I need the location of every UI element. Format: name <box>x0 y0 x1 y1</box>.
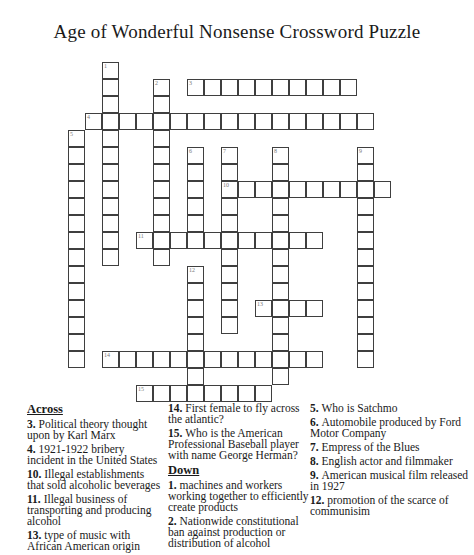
across-clues-list-1: 3. Political theory thought upon by Karl… <box>27 419 164 552</box>
grid-cell[interactable] <box>357 283 374 300</box>
clue-item: 6. Automobile produced by Ford Motor Com… <box>310 417 470 439</box>
grid-cell[interactable] <box>153 351 170 368</box>
grid-cell[interactable] <box>272 164 289 181</box>
grid-cell[interactable] <box>136 351 153 368</box>
grid-cell[interactable]: 2 <box>153 79 170 96</box>
across-clues-header: Across <box>27 403 164 416</box>
clue-item: 12. promotion of the scarce of communisi… <box>310 495 470 517</box>
clue-item: 9. American musical film released in 192… <box>310 470 470 492</box>
grid-cell[interactable] <box>170 385 187 402</box>
grid-cell[interactable] <box>289 232 306 249</box>
grid-cell[interactable] <box>221 351 238 368</box>
grid-cell[interactable] <box>187 300 204 317</box>
grid-cell[interactable] <box>68 317 85 334</box>
grid-cell[interactable] <box>340 113 357 130</box>
grid-cell[interactable] <box>187 283 204 300</box>
grid-cell[interactable] <box>238 113 255 130</box>
grid-cell[interactable] <box>68 249 85 266</box>
page-title: Age of Wonderful Nonsense Crossword Puzz… <box>0 21 474 43</box>
grid-cell[interactable]: 8 <box>272 147 289 164</box>
clue-item-number: 14. <box>168 402 185 414</box>
grid-cell[interactable] <box>153 113 170 130</box>
clue-item-number: 3. <box>27 418 39 430</box>
clue-item: 3. Political theory thought upon by Karl… <box>27 419 164 441</box>
grid-cell[interactable] <box>357 215 374 232</box>
clue-item: 2. Nationwide constitutional ban against… <box>168 516 313 549</box>
grid-cell[interactable] <box>255 113 272 130</box>
grid-cell[interactable] <box>187 368 204 385</box>
clue-number: 1 <box>104 63 107 70</box>
grid-cell[interactable] <box>68 266 85 283</box>
grid-cell[interactable] <box>238 351 255 368</box>
grid-cell[interactable] <box>204 232 221 249</box>
grid-cell[interactable] <box>187 232 204 249</box>
grid-cell[interactable] <box>255 181 272 198</box>
grid-cell[interactable] <box>357 198 374 215</box>
clue-item-number: 6. <box>310 416 322 428</box>
grid-cell[interactable] <box>68 300 85 317</box>
clue-item: 15. Who is the American Professional Bas… <box>168 428 313 461</box>
grid-cell[interactable] <box>102 113 119 130</box>
grid-cell[interactable] <box>102 215 119 232</box>
grid-cell[interactable] <box>255 232 272 249</box>
grid-cell[interactable] <box>68 198 85 215</box>
clue-column-2: 14. First female to fly across the atlan… <box>168 403 313 552</box>
clue-item-number: 12. <box>310 494 327 506</box>
grid-cell[interactable] <box>340 79 357 96</box>
grid-cell[interactable] <box>221 113 238 130</box>
grid-cell[interactable] <box>357 266 374 283</box>
grid-cell[interactable] <box>187 215 204 232</box>
grid-cell[interactable] <box>272 215 289 232</box>
clue-item: 10. Illegal establishments that sold alc… <box>27 469 164 491</box>
grid-cell[interactable] <box>272 283 289 300</box>
grid-cell[interactable] <box>272 249 289 266</box>
grid-cell[interactable] <box>272 181 289 198</box>
grid-cell[interactable] <box>102 181 119 198</box>
grid-cell[interactable] <box>119 113 136 130</box>
clue-item: 1. machines and workers working together… <box>168 480 313 513</box>
grid-cell[interactable]: 13 <box>255 300 272 317</box>
clue-number: 13 <box>257 301 263 308</box>
grid-cell[interactable] <box>204 113 221 130</box>
grid-cell[interactable] <box>272 266 289 283</box>
clue-number: 11 <box>138 233 144 240</box>
grid-cell[interactable] <box>187 181 204 198</box>
clue-item: 4. 1921-1922 bribery incident in the Uni… <box>27 444 164 466</box>
grid-cell[interactable]: 6 <box>187 147 204 164</box>
clue-item-number: 2. <box>168 515 180 527</box>
grid-cell[interactable] <box>272 79 289 96</box>
grid-cell[interactable] <box>272 317 289 334</box>
grid-cell[interactable] <box>289 351 306 368</box>
grid-cell[interactable] <box>119 351 136 368</box>
grid-cell[interactable] <box>68 215 85 232</box>
grid-cell[interactable] <box>153 385 170 402</box>
grid-cell[interactable] <box>153 215 170 232</box>
grid-cell[interactable] <box>153 232 170 249</box>
grid-cell[interactable] <box>153 164 170 181</box>
clue-item: 5. Who is Satchmo <box>310 403 470 414</box>
grid-cell[interactable] <box>357 317 374 334</box>
grid-cell[interactable] <box>221 232 238 249</box>
grid-cell[interactable] <box>323 79 340 96</box>
grid-cell[interactable] <box>102 164 119 181</box>
clue-item: 14. First female to fly across the atlan… <box>168 403 313 425</box>
across-clues-list-2: 14. First female to fly across the atlan… <box>168 403 313 461</box>
grid-cell[interactable] <box>221 317 238 334</box>
grid-cell[interactable] <box>68 283 85 300</box>
grid-cell[interactable] <box>68 147 85 164</box>
grid-cell[interactable] <box>289 181 306 198</box>
grid-cell[interactable] <box>153 147 170 164</box>
clue-item: 13. type of music with African American … <box>27 530 164 552</box>
grid-cell[interactable] <box>221 198 238 215</box>
clue-item-number: 10. <box>27 468 44 480</box>
clue-column-1: Across 3. Political theory thought upon … <box>27 403 164 555</box>
grid-cell[interactable] <box>340 181 357 198</box>
grid-cell[interactable]: 10 <box>221 181 238 198</box>
clue-number: 3 <box>189 80 192 87</box>
grid-cell[interactable]: 7 <box>221 147 238 164</box>
grid-cell[interactable] <box>272 351 289 368</box>
grid-cell[interactable] <box>204 351 221 368</box>
grid-cell[interactable]: 12 <box>187 266 204 283</box>
clue-number: 15 <box>138 386 144 393</box>
grid-cell[interactable]: 14 <box>102 351 119 368</box>
clue-number: 12 <box>189 267 195 274</box>
clue-number: 5 <box>70 131 73 138</box>
grid-cell[interactable] <box>306 113 323 130</box>
grid-cell[interactable] <box>221 266 238 283</box>
grid-cell[interactable] <box>102 198 119 215</box>
grid-cell[interactable] <box>102 249 119 266</box>
grid-cell[interactable] <box>357 113 374 130</box>
down-clues-header: Down <box>168 464 313 477</box>
grid-cell[interactable] <box>187 164 204 181</box>
grid-cell[interactable] <box>68 181 85 198</box>
grid-cell[interactable] <box>221 283 238 300</box>
grid-cell[interactable] <box>289 79 306 96</box>
grid-cell[interactable] <box>68 351 85 368</box>
grid-cell[interactable] <box>170 113 187 130</box>
grid-cell[interactable] <box>102 130 119 147</box>
grid-cell[interactable] <box>102 232 119 249</box>
clue-number: 6 <box>189 148 192 155</box>
clue-item-number: 8. <box>310 455 322 467</box>
grid-cell[interactable] <box>170 232 187 249</box>
clue-number: 10 <box>223 182 229 189</box>
grid-cell[interactable] <box>153 181 170 198</box>
grid-cell[interactable] <box>306 232 323 249</box>
grid-cell[interactable] <box>102 79 119 96</box>
clue-item: 8. English actor and filmmaker <box>310 456 470 467</box>
grid-cell[interactable] <box>187 198 204 215</box>
grid-cell[interactable] <box>357 334 374 351</box>
clue-item-number: 13. <box>27 529 44 541</box>
grid-cell[interactable] <box>204 79 221 96</box>
grid-cell[interactable] <box>306 300 323 317</box>
grid-cell[interactable] <box>187 334 204 351</box>
grid-cell[interactable] <box>272 300 289 317</box>
grid-cell[interactable] <box>255 385 272 402</box>
clue-item-number: 15. <box>168 427 185 439</box>
grid-cell[interactable] <box>323 181 340 198</box>
grid-cell[interactable] <box>221 164 238 181</box>
grid-cell[interactable] <box>204 385 221 402</box>
clue-number: 9 <box>359 148 362 155</box>
grid-cell[interactable]: 1 <box>102 62 119 79</box>
clue-column-3: 5. Who is Satchmo6. Automobile produced … <box>310 403 470 520</box>
grid-cell[interactable] <box>221 215 238 232</box>
clue-item-number: 9. <box>310 469 322 481</box>
grid-cell[interactable] <box>255 351 272 368</box>
grid-cell[interactable] <box>238 385 255 402</box>
grid-cell[interactable] <box>272 198 289 215</box>
clue-item: 7. Empress of the Blues <box>310 442 470 453</box>
grid-cell[interactable]: 15 <box>136 385 153 402</box>
down-clues-list-1: 1. machines and workers working together… <box>168 480 313 549</box>
clue-item-number: 11. <box>27 493 44 505</box>
grid-cell[interactable] <box>153 96 170 113</box>
grid-cell[interactable] <box>357 232 374 249</box>
grid-cell[interactable] <box>187 317 204 334</box>
grid-cell[interactable]: 3 <box>187 79 204 96</box>
grid-cell[interactable] <box>357 300 374 317</box>
clue-number: 7 <box>223 148 226 155</box>
grid-cell[interactable] <box>272 334 289 351</box>
grid-cell[interactable] <box>68 232 85 249</box>
grid-cell[interactable] <box>323 113 340 130</box>
grid-cell[interactable]: 4 <box>85 113 102 130</box>
grid-cell[interactable] <box>68 164 85 181</box>
grid-cell[interactable] <box>272 113 289 130</box>
grid-cell[interactable] <box>357 164 374 181</box>
grid-cell[interactable] <box>238 232 255 249</box>
grid-cell[interactable] <box>221 300 238 317</box>
grid-cell[interactable] <box>306 79 323 96</box>
grid-cell[interactable] <box>68 334 85 351</box>
grid-cell[interactable] <box>272 368 289 385</box>
clue-item-number: 5. <box>310 402 322 414</box>
clue-number: 4 <box>87 114 90 121</box>
clue-item-number: 1. <box>168 479 180 491</box>
clue-number: 2 <box>155 80 158 87</box>
clue-item-number: 4. <box>27 443 39 455</box>
grid-cell[interactable] <box>153 249 170 266</box>
grid-cell[interactable]: 11 <box>136 232 153 249</box>
grid-cell[interactable] <box>221 385 238 402</box>
grid-cell[interactable] <box>136 113 153 130</box>
grid-cell[interactable] <box>272 232 289 249</box>
grid-cell[interactable] <box>357 181 374 198</box>
crossword-page: Age of Wonderful Nonsense Crossword Puzz… <box>0 0 474 555</box>
grid-cell[interactable] <box>187 385 204 402</box>
clue-number: 14 <box>104 352 110 359</box>
grid-cell[interactable] <box>170 351 187 368</box>
grid-cell[interactable] <box>255 79 272 96</box>
grid-cell[interactable] <box>187 351 204 368</box>
grid-cell[interactable] <box>357 351 374 368</box>
grid-cell[interactable] <box>102 96 119 113</box>
clue-item: 11. Illegal business of transporting and… <box>27 494 164 527</box>
grid-cell[interactable] <box>153 130 170 147</box>
grid-cell[interactable] <box>306 181 323 198</box>
grid-cell[interactable]: 5 <box>68 130 85 147</box>
grid-cell[interactable] <box>289 300 306 317</box>
grid-cell[interactable] <box>221 249 238 266</box>
grid-cell[interactable] <box>238 181 255 198</box>
grid-cell[interactable] <box>102 147 119 164</box>
grid-cell[interactable] <box>153 198 170 215</box>
grid-cell[interactable] <box>289 113 306 130</box>
grid-cell[interactable] <box>306 351 323 368</box>
grid-cell[interactable] <box>238 79 255 96</box>
down-clues-list-2: 5. Who is Satchmo6. Automobile produced … <box>310 403 470 517</box>
grid-cell[interactable] <box>187 113 204 130</box>
crossword-grid: 123456789101112131415 <box>68 62 391 402</box>
grid-cell[interactable] <box>357 249 374 266</box>
grid-cell[interactable] <box>221 79 238 96</box>
clue-number: 8 <box>274 148 277 155</box>
grid-cell[interactable] <box>374 181 391 198</box>
grid-cell[interactable]: 9 <box>357 147 374 164</box>
clue-item-number: 7. <box>310 441 322 453</box>
